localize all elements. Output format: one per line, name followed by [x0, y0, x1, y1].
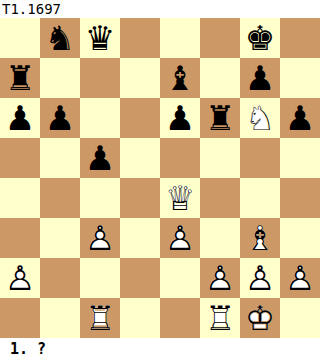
square-a5[interactable]	[0, 138, 40, 178]
square-a1[interactable]	[0, 298, 40, 338]
square-a8[interactable]	[0, 18, 40, 58]
chess-board: ♞♛♚♜♝♟♟♟♟♜♞♘♟♟♛♕♟♙♟♙♝♗♟♙♟♙♟♙♟♙♜♖♜♖♚♔	[0, 18, 320, 338]
square-f5[interactable]	[200, 138, 240, 178]
square-e4[interactable]: ♛♕	[160, 178, 200, 218]
square-h4[interactable]	[280, 178, 320, 218]
square-d5[interactable]	[120, 138, 160, 178]
square-g5[interactable]	[240, 138, 280, 178]
square-g8[interactable]: ♚	[240, 18, 280, 58]
move-prompt: 1. ?	[0, 340, 46, 358]
piece-black-pawn: ♟	[40, 98, 80, 138]
header: T1.1697	[0, 0, 320, 18]
piece-white-bishop: ♝♗	[240, 218, 280, 258]
square-g3[interactable]: ♝♗	[240, 218, 280, 258]
piece-white-pawn: ♟♙	[240, 258, 280, 298]
square-a6[interactable]: ♟	[0, 98, 40, 138]
square-d8[interactable]	[120, 18, 160, 58]
puzzle-id: T1.1697	[0, 0, 61, 18]
piece-black-queen: ♛	[80, 18, 120, 58]
piece-white-king: ♚♔	[240, 298, 280, 338]
square-e8[interactable]	[160, 18, 200, 58]
square-c8[interactable]: ♛	[80, 18, 120, 58]
square-b1[interactable]	[40, 298, 80, 338]
square-b8[interactable]: ♞	[40, 18, 80, 58]
square-e1[interactable]	[160, 298, 200, 338]
square-b4[interactable]	[40, 178, 80, 218]
piece-black-pawn: ♟	[160, 98, 200, 138]
piece-black-rook: ♜	[0, 58, 40, 98]
piece-black-pawn: ♟	[280, 98, 320, 138]
square-h8[interactable]	[280, 18, 320, 58]
square-g4[interactable]	[240, 178, 280, 218]
square-e7[interactable]: ♝	[160, 58, 200, 98]
square-d4[interactable]	[120, 178, 160, 218]
square-e3[interactable]: ♟♙	[160, 218, 200, 258]
square-d3[interactable]	[120, 218, 160, 258]
piece-white-knight: ♞♘	[240, 98, 280, 138]
square-g2[interactable]: ♟♙	[240, 258, 280, 298]
piece-black-pawn: ♟	[80, 138, 120, 178]
square-c7[interactable]	[80, 58, 120, 98]
piece-black-rook: ♜	[200, 98, 240, 138]
piece-white-pawn: ♟♙	[80, 218, 120, 258]
square-f4[interactable]	[200, 178, 240, 218]
square-b2[interactable]	[40, 258, 80, 298]
piece-white-pawn: ♟♙	[160, 218, 200, 258]
square-b3[interactable]	[40, 218, 80, 258]
square-g6[interactable]: ♞♘	[240, 98, 280, 138]
piece-white-rook: ♜♖	[80, 298, 120, 338]
square-e5[interactable]	[160, 138, 200, 178]
piece-white-pawn: ♟♙	[200, 258, 240, 298]
square-h5[interactable]	[280, 138, 320, 178]
square-h7[interactable]	[280, 58, 320, 98]
square-c2[interactable]	[80, 258, 120, 298]
square-f3[interactable]	[200, 218, 240, 258]
square-f8[interactable]	[200, 18, 240, 58]
square-b5[interactable]	[40, 138, 80, 178]
piece-white-rook: ♜♖	[200, 298, 240, 338]
square-g1[interactable]: ♚♔	[240, 298, 280, 338]
square-a4[interactable]	[0, 178, 40, 218]
piece-black-pawn: ♟	[0, 98, 40, 138]
piece-white-queen: ♛♕	[160, 178, 200, 218]
square-c1[interactable]: ♜♖	[80, 298, 120, 338]
square-g7[interactable]: ♟	[240, 58, 280, 98]
square-d6[interactable]	[120, 98, 160, 138]
square-d2[interactable]	[120, 258, 160, 298]
square-h2[interactable]: ♟♙	[280, 258, 320, 298]
square-h6[interactable]: ♟	[280, 98, 320, 138]
square-h1[interactable]	[280, 298, 320, 338]
footer: 1. ?	[0, 338, 320, 360]
square-e6[interactable]: ♟	[160, 98, 200, 138]
square-c4[interactable]	[80, 178, 120, 218]
square-d7[interactable]	[120, 58, 160, 98]
piece-white-pawn: ♟♙	[0, 258, 40, 298]
square-f6[interactable]: ♜	[200, 98, 240, 138]
piece-black-bishop: ♝	[160, 58, 200, 98]
square-e2[interactable]	[160, 258, 200, 298]
square-a2[interactable]: ♟♙	[0, 258, 40, 298]
piece-black-king: ♚	[240, 18, 280, 58]
square-b6[interactable]: ♟	[40, 98, 80, 138]
square-b7[interactable]	[40, 58, 80, 98]
piece-black-knight: ♞	[40, 18, 80, 58]
square-f1[interactable]: ♜♖	[200, 298, 240, 338]
piece-white-pawn: ♟♙	[280, 258, 320, 298]
square-a3[interactable]	[0, 218, 40, 258]
square-c6[interactable]	[80, 98, 120, 138]
piece-black-pawn: ♟	[240, 58, 280, 98]
square-h3[interactable]	[280, 218, 320, 258]
square-c5[interactable]: ♟	[80, 138, 120, 178]
square-f7[interactable]	[200, 58, 240, 98]
square-d1[interactable]	[120, 298, 160, 338]
square-c3[interactable]: ♟♙	[80, 218, 120, 258]
square-a7[interactable]: ♜	[0, 58, 40, 98]
square-f2[interactable]: ♟♙	[200, 258, 240, 298]
